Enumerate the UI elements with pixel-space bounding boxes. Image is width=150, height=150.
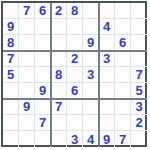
cell-r1c5[interactable]: 8 xyxy=(67,3,83,19)
cell-r8c5[interactable] xyxy=(67,115,83,131)
cell-r3c9[interactable] xyxy=(131,35,147,51)
cell-r1c2[interactable]: 7 xyxy=(19,3,35,19)
cell-r3c2[interactable] xyxy=(19,35,35,51)
cell-r1c8[interactable] xyxy=(115,3,131,19)
cell-r7c3[interactable] xyxy=(35,99,51,115)
cell-r6c2[interactable] xyxy=(19,83,35,99)
cell-r7c7[interactable] xyxy=(99,99,115,115)
cell-r1c4[interactable]: 2 xyxy=(51,3,67,19)
cell-r3c7[interactable] xyxy=(99,35,115,51)
cell-r7c1[interactable] xyxy=(3,99,19,115)
sudoku-grid: 7628948967235837965973723497 xyxy=(3,3,147,147)
cell-r9c9[interactable] xyxy=(131,131,147,147)
cell-r4c3[interactable] xyxy=(35,51,51,67)
cell-r4c5[interactable]: 2 xyxy=(67,51,83,67)
cell-r5c5[interactable] xyxy=(67,67,83,83)
cell-r2c3[interactable] xyxy=(35,19,51,35)
cell-r9c3[interactable] xyxy=(35,131,51,147)
sudoku-board: 7628948967235837965973723497 xyxy=(1,1,147,147)
cell-r5c2[interactable] xyxy=(19,67,35,83)
cell-r1c9[interactable] xyxy=(131,3,147,19)
cell-r7c9[interactable]: 3 xyxy=(131,99,147,115)
cell-r6c8[interactable] xyxy=(115,83,131,99)
cell-r1c3[interactable]: 6 xyxy=(35,3,51,19)
cell-r3c8[interactable]: 6 xyxy=(115,35,131,51)
cell-r1c1[interactable] xyxy=(3,3,19,19)
cell-r9c5[interactable]: 3 xyxy=(67,131,83,147)
cell-r2c5[interactable] xyxy=(67,19,83,35)
cell-r6c3[interactable]: 9 xyxy=(35,83,51,99)
cell-r4c7[interactable]: 3 xyxy=(99,51,115,67)
cell-r1c7[interactable] xyxy=(99,3,115,19)
cell-r2c2[interactable] xyxy=(19,19,35,35)
cell-r7c8[interactable] xyxy=(115,99,131,115)
cell-r7c5[interactable] xyxy=(67,99,83,115)
cell-r8c2[interactable] xyxy=(19,115,35,131)
cell-r8c7[interactable] xyxy=(99,115,115,131)
cell-r2c1[interactable]: 9 xyxy=(3,19,19,35)
cell-r8c6[interactable] xyxy=(83,115,99,131)
cell-r8c3[interactable]: 7 xyxy=(35,115,51,131)
cell-r2c6[interactable] xyxy=(83,19,99,35)
cell-r5c4[interactable]: 8 xyxy=(51,67,67,83)
cell-r7c4[interactable]: 7 xyxy=(51,99,67,115)
cell-r4c4[interactable] xyxy=(51,51,67,67)
cell-r5c6[interactable]: 3 xyxy=(83,67,99,83)
cell-r8c1[interactable] xyxy=(3,115,19,131)
cell-r8c4[interactable] xyxy=(51,115,67,131)
cell-r6c7[interactable] xyxy=(99,83,115,99)
cell-r8c9[interactable]: 2 xyxy=(131,115,147,131)
cell-r5c1[interactable]: 5 xyxy=(3,67,19,83)
cell-r8c8[interactable] xyxy=(115,115,131,131)
cell-r2c9[interactable] xyxy=(131,19,147,35)
cell-r2c7[interactable]: 4 xyxy=(99,19,115,35)
cell-r6c1[interactable] xyxy=(3,83,19,99)
cell-r9c1[interactable] xyxy=(3,131,19,147)
cell-r6c4[interactable] xyxy=(51,83,67,99)
cell-r4c1[interactable]: 7 xyxy=(3,51,19,67)
cell-r9c6[interactable]: 4 xyxy=(83,131,99,147)
cell-r7c2[interactable]: 9 xyxy=(19,99,35,115)
cell-r5c8[interactable] xyxy=(115,67,131,83)
cell-r1c6[interactable] xyxy=(83,3,99,19)
cell-r2c4[interactable] xyxy=(51,19,67,35)
cell-r4c6[interactable] xyxy=(83,51,99,67)
cell-r7c6[interactable] xyxy=(83,99,99,115)
cell-r9c7[interactable]: 9 xyxy=(99,131,115,147)
cell-r4c9[interactable] xyxy=(131,51,147,67)
cell-r9c2[interactable] xyxy=(19,131,35,147)
cell-r5c7[interactable] xyxy=(99,67,115,83)
cell-r3c1[interactable]: 8 xyxy=(3,35,19,51)
cell-r4c2[interactable] xyxy=(19,51,35,67)
cell-r9c4[interactable] xyxy=(51,131,67,147)
cell-r5c9[interactable]: 7 xyxy=(131,67,147,83)
cell-r3c5[interactable] xyxy=(67,35,83,51)
cell-r4c8[interactable] xyxy=(115,51,131,67)
cell-r3c3[interactable] xyxy=(35,35,51,51)
cell-r3c4[interactable] xyxy=(51,35,67,51)
cell-r3c6[interactable]: 9 xyxy=(83,35,99,51)
cell-r2c8[interactable] xyxy=(115,19,131,35)
cell-r6c9[interactable]: 5 xyxy=(131,83,147,99)
cell-r6c5[interactable]: 6 xyxy=(67,83,83,99)
cell-r9c8[interactable]: 7 xyxy=(115,131,131,147)
cell-r6c6[interactable] xyxy=(83,83,99,99)
cell-r5c3[interactable] xyxy=(35,67,51,83)
